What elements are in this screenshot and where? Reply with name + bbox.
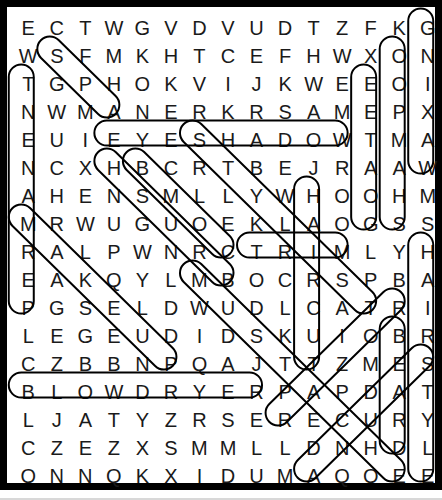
grid-cell-r5c8[interactable]: H: [214, 126, 243, 154]
grid-cell-r9c6[interactable]: N: [157, 238, 186, 266]
grid-cell-r3c11[interactable]: W: [299, 70, 328, 98]
grid-cell-r15c13[interactable]: U: [356, 406, 385, 434]
grid-cell-r8c15[interactable]: S: [413, 210, 442, 238]
grid-cell-r3c8[interactable]: I: [214, 70, 243, 98]
grid-cell-r15c2[interactable]: J: [43, 406, 72, 434]
grid-cell-r15c10[interactable]: R: [271, 406, 300, 434]
grid-cell-r10c12[interactable]: S: [328, 266, 357, 294]
grid-cell-r1c13[interactable]: F: [356, 14, 385, 42]
grid-cell-r17c6[interactable]: X: [157, 462, 186, 490]
grid-cell-r4c11[interactable]: A: [299, 98, 328, 126]
grid-cell-r4c12[interactable]: M: [328, 98, 357, 126]
grid-cell-r11c14[interactable]: R: [385, 294, 414, 322]
grid-cell-r4c3[interactable]: M: [71, 98, 100, 126]
grid-cell-r3c2[interactable]: G: [43, 70, 72, 98]
grid-cell-r3c12[interactable]: E: [328, 70, 357, 98]
grid-cell-r15c6[interactable]: Z: [157, 406, 186, 434]
grid-cell-r6c13[interactable]: A: [356, 154, 385, 182]
grid-cell-r7c7[interactable]: L: [185, 182, 214, 210]
grid-cell-r13c4[interactable]: B: [100, 350, 129, 378]
grid-cell-r17c14[interactable]: E: [385, 462, 414, 490]
grid-cell-r10c13[interactable]: P: [356, 266, 385, 294]
grid-cell-r9c5[interactable]: W: [128, 238, 157, 266]
grid-cell-r13c15[interactable]: S: [413, 350, 442, 378]
grid-cell-r7c14[interactable]: H: [385, 182, 414, 210]
grid-cell-r11c8[interactable]: U: [214, 294, 243, 322]
grid-cell-r7c9[interactable]: Y: [242, 182, 271, 210]
grid-cell-r17c8[interactable]: D: [214, 462, 243, 490]
grid-cell-r16c11[interactable]: D: [299, 434, 328, 462]
grid-cell-r1c5[interactable]: G: [128, 14, 157, 42]
grid-cell-r17c10[interactable]: M: [271, 462, 300, 490]
grid-cell-r11c7[interactable]: W: [185, 294, 214, 322]
grid-cell-r14c2[interactable]: L: [43, 378, 72, 406]
grid-cell-r14c12[interactable]: P: [328, 378, 357, 406]
grid-cell-r14c4[interactable]: W: [100, 378, 129, 406]
grid-cell-r15c11[interactable]: E: [299, 406, 328, 434]
grid-cell-r9c15[interactable]: H: [413, 238, 442, 266]
grid-cell-r8c3[interactable]: W: [71, 210, 100, 238]
grid-cell-r17c11[interactable]: A: [299, 462, 328, 490]
grid-cell-r5c1[interactable]: E: [14, 126, 43, 154]
grid-cell-r6c1[interactable]: N: [14, 154, 43, 182]
grid-cell-r13c3[interactable]: B: [71, 350, 100, 378]
grid-cell-r7c11[interactable]: H: [299, 182, 328, 210]
grid-cell-r15c4[interactable]: T: [100, 406, 129, 434]
grid-cell-r6c3[interactable]: X: [71, 154, 100, 182]
grid-cell-r4c6[interactable]: E: [157, 98, 186, 126]
grid-cell-r10c3[interactable]: K: [71, 266, 100, 294]
grid-cell-r16c2[interactable]: Z: [43, 434, 72, 462]
grid-cell-r4c4[interactable]: A: [100, 98, 129, 126]
grid-cell-r12c3[interactable]: G: [71, 322, 100, 350]
grid-cell-r13c10[interactable]: T: [271, 350, 300, 378]
grid-cell-r15c5[interactable]: Y: [128, 406, 157, 434]
grid-cell-r10c2[interactable]: A: [43, 266, 72, 294]
grid-cell-r15c8[interactable]: S: [214, 406, 243, 434]
grid-cell-r10c8[interactable]: B: [214, 266, 243, 294]
grid-cell-r2c14[interactable]: O: [385, 42, 414, 70]
grid-cell-r13c12[interactable]: Z: [328, 350, 357, 378]
grid-cell-r5c12[interactable]: W: [328, 126, 357, 154]
grid-cell-r2c11[interactable]: H: [299, 42, 328, 70]
grid-cell-r2c12[interactable]: W: [328, 42, 357, 70]
grid-cell-r15c15[interactable]: Y: [413, 406, 442, 434]
grid-cell-r15c3[interactable]: A: [71, 406, 100, 434]
grid-cell-r16c7[interactable]: M: [185, 434, 214, 462]
grid-cell-r7c3[interactable]: E: [71, 182, 100, 210]
grid-cell-r11c10[interactable]: L: [271, 294, 300, 322]
grid-cell-r15c14[interactable]: R: [385, 406, 414, 434]
grid-cell-r11c2[interactable]: G: [43, 294, 72, 322]
grid-cell-r13c6[interactable]: P: [157, 350, 186, 378]
grid-cell-r6c8[interactable]: T: [214, 154, 243, 182]
grid-cell-r2c2[interactable]: S: [43, 42, 72, 70]
grid-cell-r7c12[interactable]: O: [328, 182, 357, 210]
puzzle-frame: ECTWGVDVUDTZFKGWSFMKHTCEFHWXONTGPHOKVIJK…: [0, 0, 442, 490]
grid-cell-r12c4[interactable]: E: [100, 322, 129, 350]
grid-cell-r10c6[interactable]: L: [157, 266, 186, 294]
grid-cell-r16c13[interactable]: H: [356, 434, 385, 462]
grid-cell-r13c8[interactable]: A: [214, 350, 243, 378]
grid-cell-r1c14[interactable]: K: [385, 14, 414, 42]
grid-cell-r7c5[interactable]: S: [128, 182, 157, 210]
grid-cell-r12c5[interactable]: U: [128, 322, 157, 350]
grid-cell-r12c10[interactable]: K: [271, 322, 300, 350]
grid-cell-r16c4[interactable]: Z: [100, 434, 129, 462]
grid-cell-r10c5[interactable]: Y: [128, 266, 157, 294]
grid-cell-r8c4[interactable]: U: [100, 210, 129, 238]
grid-cell-r17c1[interactable]: O: [14, 462, 43, 490]
grid-cell-r1c2[interactable]: C: [43, 14, 72, 42]
grid-cell-r4c9[interactable]: R: [242, 98, 271, 126]
grid-cell-r2c10[interactable]: F: [271, 42, 300, 70]
grid-cell-r5c7[interactable]: S: [185, 126, 214, 154]
grid-cell-r8c1[interactable]: M: [14, 210, 43, 238]
grid-cell-r4c8[interactable]: K: [214, 98, 243, 126]
grid-cell-r7c2[interactable]: H: [43, 182, 72, 210]
grid-cell-r8c14[interactable]: S: [385, 210, 414, 238]
grid-cell-r17c5[interactable]: K: [128, 462, 157, 490]
grid-cell-r13c7[interactable]: Q: [185, 350, 214, 378]
grid-cell-r5c13[interactable]: T: [356, 126, 385, 154]
grid-cell-r1c15[interactable]: G: [413, 14, 442, 42]
grid-cell-r16c3[interactable]: E: [71, 434, 100, 462]
grid-cell-r7c8[interactable]: L: [214, 182, 243, 210]
grid-cell-r10c4[interactable]: Q: [100, 266, 129, 294]
grid-cell-r12c8[interactable]: D: [214, 322, 243, 350]
grid-cell-r5c11[interactable]: O: [299, 126, 328, 154]
grid-cell-r17c15[interactable]: E: [413, 462, 442, 490]
grid-cell-r15c9[interactable]: E: [242, 406, 271, 434]
grid-cell-r9c9[interactable]: T: [242, 238, 271, 266]
grid-cell-r13c2[interactable]: Z: [43, 350, 72, 378]
grid-cell-r1c9[interactable]: U: [242, 14, 271, 42]
grid-cell-r7c13[interactable]: O: [356, 182, 385, 210]
grid-cell-r6c14[interactable]: A: [385, 154, 414, 182]
grid-cell-r7c15[interactable]: M: [413, 182, 442, 210]
grid-cell-r13c5[interactable]: N: [128, 350, 157, 378]
grid-cell-r9c12[interactable]: M: [328, 238, 357, 266]
grid-cell-r9c11[interactable]: I: [299, 238, 328, 266]
grid-cell-r12c12[interactable]: I: [328, 322, 357, 350]
grid-cell-r11c15[interactable]: I: [413, 294, 442, 322]
grid-cell-r1c7[interactable]: D: [185, 14, 214, 42]
grid-cell-r2c6[interactable]: H: [157, 42, 186, 70]
grid-cell-r6c5[interactable]: B: [128, 154, 157, 182]
grid-cell-r6c2[interactable]: C: [43, 154, 72, 182]
grid-cell-r14c8[interactable]: E: [214, 378, 243, 406]
grid-cell-r14c13[interactable]: D: [356, 378, 385, 406]
grid-cell-r6c12[interactable]: R: [328, 154, 357, 182]
grid-cell-r8c13[interactable]: G: [356, 210, 385, 238]
grid-cell-r16c6[interactable]: S: [157, 434, 186, 462]
grid-cell-r3c9[interactable]: J: [242, 70, 271, 98]
grid-cell-r11c1[interactable]: P: [14, 294, 43, 322]
grid-cell-r12c14[interactable]: B: [385, 322, 414, 350]
grid-cell-r6c6[interactable]: C: [157, 154, 186, 182]
grid-cell-r10c10[interactable]: C: [271, 266, 300, 294]
grid-cell-r5c15[interactable]: A: [413, 126, 442, 154]
grid-cell-r16c14[interactable]: D: [385, 434, 414, 462]
grid-cell-r13c9[interactable]: J: [242, 350, 271, 378]
grid-cell-r4c10[interactable]: S: [271, 98, 300, 126]
grid-cell-r14c9[interactable]: R: [242, 378, 271, 406]
grid-cell-r4c2[interactable]: W: [43, 98, 72, 126]
word-search-puzzle: ECTWGVDVUDTZFKGWSFMKHTCEFHWXONTGPHOKVIJK…: [0, 0, 442, 500]
grid-cell-r14c10[interactable]: P: [271, 378, 300, 406]
grid-cell-r10c1[interactable]: E: [14, 266, 43, 294]
grid-cell-r16c12[interactable]: N: [328, 434, 357, 462]
grid-cell-r12c6[interactable]: D: [157, 322, 186, 350]
grid-cell-r9c14[interactable]: Y: [385, 238, 414, 266]
grid-cell-r9c2[interactable]: A: [43, 238, 72, 266]
grid-cell-r3c1[interactable]: T: [14, 70, 43, 98]
grid-cell-r5c10[interactable]: D: [271, 126, 300, 154]
grid-cell-r6c7[interactable]: R: [185, 154, 214, 182]
grid-cell-r11c5[interactable]: L: [128, 294, 157, 322]
grid-cell-r11c9[interactable]: D: [242, 294, 271, 322]
grid-cell-r17c12[interactable]: Q: [328, 462, 357, 490]
grid-cell-r13c13[interactable]: M: [356, 350, 385, 378]
grid-cell-r1c6[interactable]: V: [157, 14, 186, 42]
grid-cell-r8c2[interactable]: R: [43, 210, 72, 238]
grid-cell-r8c11[interactable]: A: [299, 210, 328, 238]
grid-cell-r7c10[interactable]: W: [271, 182, 300, 210]
letter-grid: ECTWGVDVUDTZFKGWSFMKHTCEFHWXONTGPHOKVIJK…: [14, 14, 442, 490]
grid-cell-r11c12[interactable]: A: [328, 294, 357, 322]
grid-cell-r2c7[interactable]: T: [185, 42, 214, 70]
grid-cell-r3c3[interactable]: P: [71, 70, 100, 98]
grid-cell-r12c15[interactable]: R: [413, 322, 442, 350]
grid-cell-r9c8[interactable]: C: [214, 238, 243, 266]
grid-cell-r3c15[interactable]: I: [413, 70, 442, 98]
grid-cell-r14c5[interactable]: D: [128, 378, 157, 406]
grid-cell-r4c1[interactable]: N: [14, 98, 43, 126]
grid-cell-r3c14[interactable]: O: [385, 70, 414, 98]
grid-cell-r5c4[interactable]: E: [100, 126, 129, 154]
grid-cell-r9c13[interactable]: L: [356, 238, 385, 266]
grid-cell-r14c3[interactable]: O: [71, 378, 100, 406]
grid-cell-r11c3[interactable]: S: [71, 294, 100, 322]
grid-cell-r16c8[interactable]: M: [214, 434, 243, 462]
grid-cell-r2c8[interactable]: C: [214, 42, 243, 70]
grid-cell-r3c6[interactable]: K: [157, 70, 186, 98]
grid-cell-r6c15[interactable]: W: [413, 154, 442, 182]
grid-cell-r9c10[interactable]: R: [271, 238, 300, 266]
grid-cell-r5c9[interactable]: A: [242, 126, 271, 154]
grid-cell-r5c14[interactable]: M: [385, 126, 414, 154]
grid-cell-r3c10[interactable]: K: [271, 70, 300, 98]
grid-cell-r14c6[interactable]: R: [157, 378, 186, 406]
grid-cell-r14c1[interactable]: B: [14, 378, 43, 406]
grid-cell-r15c1[interactable]: L: [14, 406, 43, 434]
grid-cell-r2c4[interactable]: M: [100, 42, 129, 70]
grid-cell-r6c10[interactable]: E: [271, 154, 300, 182]
grid-cell-r5c6[interactable]: E: [157, 126, 186, 154]
grid-cell-r1c1[interactable]: E: [14, 14, 43, 42]
grid-cell-r2c5[interactable]: K: [128, 42, 157, 70]
grid-cell-r17c4[interactable]: Q: [100, 462, 129, 490]
grid-cell-r3c4[interactable]: H: [100, 70, 129, 98]
grid-cell-r8c5[interactable]: G: [128, 210, 157, 238]
grid-cell-r6c9[interactable]: B: [242, 154, 271, 182]
grid-cell-r10c11[interactable]: R: [299, 266, 328, 294]
grid-cell-r9c4[interactable]: P: [100, 238, 129, 266]
grid-cell-r1c11[interactable]: T: [299, 14, 328, 42]
grid-cell-r5c2[interactable]: U: [43, 126, 72, 154]
grid-cell-r12c13[interactable]: O: [356, 322, 385, 350]
grid-cell-r12c7[interactable]: I: [185, 322, 214, 350]
grid-cell-r17c7[interactable]: I: [185, 462, 214, 490]
grid-cell-r13c14[interactable]: E: [385, 350, 414, 378]
grid-cell-r12c2[interactable]: E: [43, 322, 72, 350]
grid-cell-r10c9[interactable]: O: [242, 266, 271, 294]
grid-cell-r10c7[interactable]: M: [185, 266, 214, 294]
grid-cell-r4c15[interactable]: X: [413, 98, 442, 126]
grid-cell-r9c1[interactable]: R: [14, 238, 43, 266]
grid-cell-r17c3[interactable]: N: [71, 462, 100, 490]
grid-cell-r4c5[interactable]: N: [128, 98, 157, 126]
grid-cell-r1c8[interactable]: V: [214, 14, 243, 42]
grid-cell-r4c7[interactable]: R: [185, 98, 214, 126]
grid-cell-r7c1[interactable]: A: [14, 182, 43, 210]
grid-cell-r1c3[interactable]: T: [71, 14, 100, 42]
grid-cell-r3c7[interactable]: V: [185, 70, 214, 98]
grid-cell-r8c9[interactable]: K: [242, 210, 271, 238]
grid-cell-r11c13[interactable]: T: [356, 294, 385, 322]
grid-cell-r8c10[interactable]: L: [271, 210, 300, 238]
grid-cell-r2c3[interactable]: F: [71, 42, 100, 70]
grid-cell-r15c12[interactable]: C: [328, 406, 357, 434]
grid-cell-r10c15[interactable]: A: [413, 266, 442, 294]
grid-cell-r11c6[interactable]: D: [157, 294, 186, 322]
grid-cell-r4c14[interactable]: P: [385, 98, 414, 126]
grid-cell-r6c4[interactable]: H: [100, 154, 129, 182]
grid-cell-r9c7[interactable]: R: [185, 238, 214, 266]
grid-cell-r7c4[interactable]: N: [100, 182, 129, 210]
grid-cell-r9c3[interactable]: L: [71, 238, 100, 266]
grid-cell-r5c3[interactable]: I: [71, 126, 100, 154]
grid-cell-r16c10[interactable]: L: [271, 434, 300, 462]
grid-cell-r1c4[interactable]: W: [100, 14, 129, 42]
grid-cell-r16c5[interactable]: X: [128, 434, 157, 462]
grid-cell-r8c6[interactable]: U: [157, 210, 186, 238]
grid-cell-r1c10[interactable]: D: [271, 14, 300, 42]
grid-cell-r12c11[interactable]: U: [299, 322, 328, 350]
grid-cell-r17c9[interactable]: U: [242, 462, 271, 490]
grid-cell-r2c13[interactable]: X: [356, 42, 385, 70]
grid-cell-r12c1[interactable]: L: [14, 322, 43, 350]
grid-cell-r8c12[interactable]: O: [328, 210, 357, 238]
grid-cell-r11c11[interactable]: C: [299, 294, 328, 322]
grid-cell-r14c14[interactable]: A: [385, 378, 414, 406]
grid-cell-r16c9[interactable]: L: [242, 434, 271, 462]
grid-cell-r16c1[interactable]: C: [14, 434, 43, 462]
grid-cell-r13c11[interactable]: T: [299, 350, 328, 378]
grid-cell-r11c4[interactable]: E: [100, 294, 129, 322]
grid-cell-r16c15[interactable]: L: [413, 434, 442, 462]
grid-cell-r10c14[interactable]: B: [385, 266, 414, 294]
grid-cell-r3c5[interactable]: O: [128, 70, 157, 98]
grid-cell-r15c7[interactable]: R: [185, 406, 214, 434]
grid-cell-r2c1[interactable]: W: [14, 42, 43, 70]
grid-cell-r1c12[interactable]: Z: [328, 14, 357, 42]
grid-cell-r2c9[interactable]: E: [242, 42, 271, 70]
grid-cell-r3c13[interactable]: E: [356, 70, 385, 98]
grid-cell-r17c2[interactable]: N: [43, 462, 72, 490]
grid-cell-r14c7[interactable]: Y: [185, 378, 214, 406]
grid-cell-r17c13[interactable]: O: [356, 462, 385, 490]
grid-cell-r14c15[interactable]: T: [413, 378, 442, 406]
grid-cell-r7c6[interactable]: M: [157, 182, 186, 210]
grid-cell-r6c11[interactable]: J: [299, 154, 328, 182]
grid-cell-r5c5[interactable]: Y: [128, 126, 157, 154]
grid-cell-r13c1[interactable]: C: [14, 350, 43, 378]
grid-cell-r14c11[interactable]: A: [299, 378, 328, 406]
grid-cell-r8c8[interactable]: E: [214, 210, 243, 238]
grid-cell-r2c15[interactable]: N: [413, 42, 442, 70]
grid-cell-r8c7[interactable]: O: [185, 210, 214, 238]
grid-cell-r4c13[interactable]: E: [356, 98, 385, 126]
grid-cell-r12c9[interactable]: S: [242, 322, 271, 350]
